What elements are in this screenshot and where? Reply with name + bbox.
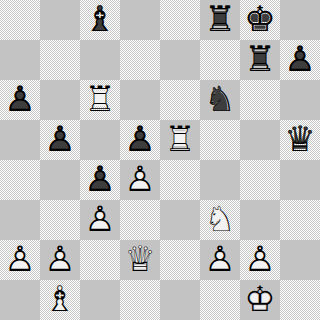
square-d6[interactable] [120, 80, 160, 120]
square-g6[interactable] [240, 80, 280, 120]
square-g2[interactable]: ♟♙ [240, 240, 280, 280]
piece-white-pawn[interactable]: ♟♙ [0, 240, 40, 280]
piece-white-bishop[interactable]: ♝♗ [40, 280, 80, 320]
black-rook-glyph-outline: ♖ [204, 2, 235, 37]
white-rook-glyph-outline: ♖ [84, 82, 115, 117]
square-f4[interactable] [200, 160, 240, 200]
square-h2[interactable] [280, 240, 320, 280]
piece-black-pawn[interactable]: ♟♙ [0, 80, 40, 120]
square-h5[interactable]: ♛♕ [280, 120, 320, 160]
square-f7[interactable] [200, 40, 240, 80]
square-a2[interactable]: ♟♙ [0, 240, 40, 280]
white-queen-glyph-outline: ♕ [124, 242, 155, 277]
square-h7[interactable]: ♟♙ [280, 40, 320, 80]
chess-board: ♝♗♜♖♚♔♜♖♟♙♟♙♜♖♞♘♟♙♟♙♜♖♛♕♟♙♟♙♟♙♞♘♟♙♟♙♛♕♟♙… [0, 0, 320, 320]
piece-white-pawn[interactable]: ♟♙ [240, 240, 280, 280]
square-f8[interactable]: ♜♖ [200, 0, 240, 40]
white-pawn-glyph-outline: ♙ [44, 242, 75, 277]
square-e1[interactable] [160, 280, 200, 320]
piece-black-bishop[interactable]: ♝♗ [80, 0, 120, 40]
square-a7[interactable] [0, 40, 40, 80]
square-g7[interactable]: ♜♖ [240, 40, 280, 80]
square-a6[interactable]: ♟♙ [0, 80, 40, 120]
piece-black-pawn[interactable]: ♟♙ [280, 40, 320, 80]
square-d3[interactable] [120, 200, 160, 240]
piece-white-knight[interactable]: ♞♘ [200, 200, 240, 240]
square-a8[interactable] [0, 0, 40, 40]
square-g8[interactable]: ♚♔ [240, 0, 280, 40]
square-d4[interactable]: ♟♙ [120, 160, 160, 200]
piece-white-king[interactable]: ♚♔ [240, 280, 280, 320]
white-pawn-glyph-outline: ♙ [204, 242, 235, 277]
white-king-glyph-outline: ♔ [244, 282, 275, 317]
square-c5[interactable] [80, 120, 120, 160]
black-rook-glyph-outline: ♖ [244, 42, 275, 77]
piece-black-pawn[interactable]: ♟♙ [40, 120, 80, 160]
square-c8[interactable]: ♝♗ [80, 0, 120, 40]
square-b2[interactable]: ♟♙ [40, 240, 80, 280]
square-c7[interactable] [80, 40, 120, 80]
square-c1[interactable] [80, 280, 120, 320]
white-bishop-glyph-outline: ♗ [44, 282, 75, 317]
square-g5[interactable] [240, 120, 280, 160]
piece-black-pawn[interactable]: ♟♙ [80, 160, 120, 200]
piece-black-king[interactable]: ♚♔ [240, 0, 280, 40]
black-pawn-glyph-outline: ♙ [124, 122, 155, 157]
square-f2[interactable]: ♟♙ [200, 240, 240, 280]
piece-white-pawn[interactable]: ♟♙ [120, 160, 160, 200]
black-queen-glyph-outline: ♕ [284, 122, 315, 157]
black-king-glyph-outline: ♔ [244, 2, 275, 37]
white-pawn-glyph-outline: ♙ [244, 242, 275, 277]
square-c2[interactable] [80, 240, 120, 280]
square-g3[interactable] [240, 200, 280, 240]
square-e5[interactable]: ♜♖ [160, 120, 200, 160]
square-h1[interactable] [280, 280, 320, 320]
square-f1[interactable] [200, 280, 240, 320]
square-e3[interactable] [160, 200, 200, 240]
square-b6[interactable] [40, 80, 80, 120]
black-pawn-glyph-outline: ♙ [44, 122, 75, 157]
piece-black-pawn[interactable]: ♟♙ [120, 120, 160, 160]
white-pawn-glyph-outline: ♙ [124, 162, 155, 197]
piece-black-rook[interactable]: ♜♖ [240, 40, 280, 80]
square-b1[interactable]: ♝♗ [40, 280, 80, 320]
square-d5[interactable]: ♟♙ [120, 120, 160, 160]
square-h6[interactable] [280, 80, 320, 120]
square-b7[interactable] [40, 40, 80, 80]
square-a4[interactable] [0, 160, 40, 200]
piece-black-queen[interactable]: ♛♕ [280, 120, 320, 160]
black-pawn-glyph-outline: ♙ [84, 162, 115, 197]
square-f3[interactable]: ♞♘ [200, 200, 240, 240]
black-bishop-glyph-outline: ♗ [84, 2, 115, 37]
square-d7[interactable] [120, 40, 160, 80]
square-b3[interactable] [40, 200, 80, 240]
square-e2[interactable] [160, 240, 200, 280]
piece-white-pawn[interactable]: ♟♙ [80, 200, 120, 240]
square-f5[interactable] [200, 120, 240, 160]
square-b8[interactable] [40, 0, 80, 40]
piece-white-pawn[interactable]: ♟♙ [40, 240, 80, 280]
square-f6[interactable]: ♞♘ [200, 80, 240, 120]
square-c6[interactable]: ♜♖ [80, 80, 120, 120]
black-pawn-glyph-outline: ♙ [284, 42, 315, 77]
square-h3[interactable] [280, 200, 320, 240]
square-e4[interactable] [160, 160, 200, 200]
square-c4[interactable]: ♟♙ [80, 160, 120, 200]
square-d8[interactable] [120, 0, 160, 40]
square-b4[interactable] [40, 160, 80, 200]
piece-white-queen[interactable]: ♛♕ [120, 240, 160, 280]
square-a1[interactable] [0, 280, 40, 320]
square-d1[interactable] [120, 280, 160, 320]
white-knight-glyph-outline: ♘ [204, 202, 235, 237]
square-g1[interactable]: ♚♔ [240, 280, 280, 320]
square-h4[interactable] [280, 160, 320, 200]
square-h8[interactable] [280, 0, 320, 40]
square-g4[interactable] [240, 160, 280, 200]
square-e6[interactable] [160, 80, 200, 120]
black-pawn-glyph-outline: ♙ [4, 82, 35, 117]
black-knight-glyph-outline: ♘ [204, 82, 235, 117]
piece-black-rook[interactable]: ♜♖ [200, 0, 240, 40]
piece-black-knight[interactable]: ♞♘ [200, 80, 240, 120]
square-a5[interactable] [0, 120, 40, 160]
square-c3[interactable]: ♟♙ [80, 200, 120, 240]
square-a3[interactable] [0, 200, 40, 240]
piece-white-rook[interactable]: ♜♖ [160, 120, 200, 160]
piece-white-pawn[interactable]: ♟♙ [200, 240, 240, 280]
square-b5[interactable]: ♟♙ [40, 120, 80, 160]
piece-white-rook[interactable]: ♜♖ [80, 80, 120, 120]
square-e7[interactable] [160, 40, 200, 80]
white-rook-glyph-outline: ♖ [164, 122, 195, 157]
square-e8[interactable] [160, 0, 200, 40]
white-pawn-glyph-outline: ♙ [4, 242, 35, 277]
white-pawn-glyph-outline: ♙ [84, 202, 115, 237]
square-d2[interactable]: ♛♕ [120, 240, 160, 280]
